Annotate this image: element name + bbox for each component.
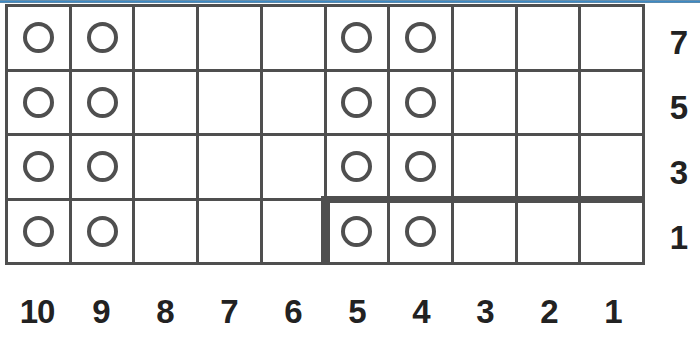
yarn-over-icon [341,87,372,118]
chart-cell-r7-c9 [72,7,133,69]
yarn-over-icon [87,87,118,118]
row-label-7: 7 [658,6,700,71]
chart-cell-r3-c7 [199,136,260,198]
column-label-10: 10 [5,290,69,334]
chart-cell-r3-c4 [390,136,451,198]
yarn-over-icon [341,216,372,247]
chart-cell-r3-c5 [327,136,388,198]
yarn-over-icon [341,151,372,182]
chart-cell-r1-c8 [135,201,196,263]
chart-cell-r7-c7 [199,7,260,69]
chart-cell-r1-c7 [199,201,260,263]
chart-cell-r5-c10 [8,72,69,134]
column-labels: 10987654321 [5,290,645,334]
column-label-4: 4 [389,290,453,334]
chart-cell-r5-c3 [454,72,515,134]
chart-cell-r7-c4 [390,7,451,69]
column-label-1: 1 [581,290,645,334]
top-border-line [0,0,700,3]
chart-cell-r7-c6 [263,7,324,69]
chart-cell-r3-c3 [454,136,515,198]
yarn-over-icon [23,151,54,182]
chart-cell-r7-c1 [581,7,642,69]
yarn-over-icon [23,216,54,247]
row-label-3: 3 [658,137,700,202]
chart-cell-r1-c5 [327,201,388,263]
chart-cell-r1-c3 [454,201,515,263]
chart-cell-r5-c5 [327,72,388,134]
column-label-8: 8 [133,290,197,334]
chart-cell-r5-c1 [581,72,642,134]
yarn-over-icon [405,87,436,118]
chart-cell-r3-c6 [263,136,324,198]
column-label-9: 9 [69,290,133,334]
yarn-over-icon [87,151,118,182]
chart-cell-r7-c3 [454,7,515,69]
column-label-6: 6 [261,290,325,334]
chart-cell-r3-c9 [72,136,133,198]
yarn-over-icon [405,22,436,53]
yarn-over-icon [87,22,118,53]
chart-cell-r3-c1 [581,136,642,198]
column-label-3: 3 [453,290,517,334]
row-label-1: 1 [658,202,700,267]
yarn-over-icon [23,87,54,118]
chart-cell-r5-c8 [135,72,196,134]
chart-cell-r5-c9 [72,72,133,134]
yarn-over-icon [87,216,118,247]
knitting-chart-screen: 7531 10987654321 [0,0,700,344]
chart-cell-r1-c2 [518,201,579,263]
chart-cell-r7-c8 [135,7,196,69]
chart-cell-r1-c6 [263,201,324,263]
chart-cell-r3-c8 [135,136,196,198]
yarn-over-icon [23,22,54,53]
repeat-marker-vertical [321,196,330,262]
chart-cell-r1-c9 [72,201,133,263]
yarn-over-icon [341,22,372,53]
row-labels: 7531 [658,6,700,267]
chart-cell-r3-c2 [518,136,579,198]
chart-cell-r3-c10 [8,136,69,198]
chart-cell-r1-c1 [581,201,642,263]
column-label-2: 2 [517,290,581,334]
repeat-marker-horizontal [321,196,645,203]
chart-cell-r1-c4 [390,201,451,263]
chart-cell-r1-c10 [8,201,69,263]
row-label-5: 5 [658,71,700,136]
chart-cell-r5-c4 [390,72,451,134]
chart-cell-r5-c6 [263,72,324,134]
column-label-5: 5 [325,290,389,334]
chart-cell-r7-c10 [8,7,69,69]
chart-cell-r5-c2 [518,72,579,134]
chart-cell-r7-c2 [518,7,579,69]
column-label-7: 7 [197,290,261,334]
yarn-over-icon [405,216,436,247]
yarn-over-icon [405,151,436,182]
chart-cell-r5-c7 [199,72,260,134]
chart-cell-r7-c5 [327,7,388,69]
